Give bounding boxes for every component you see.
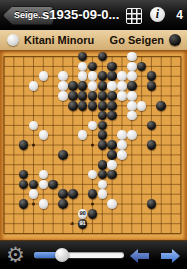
white-stone bbox=[98, 180, 108, 190]
black-stone bbox=[107, 62, 117, 72]
game-title: s1935-09-0... bbox=[42, 7, 132, 22]
white-stone bbox=[39, 71, 49, 81]
white-stone-icon bbox=[7, 34, 19, 46]
slider-thumb[interactable] bbox=[55, 248, 69, 262]
white-stone bbox=[127, 130, 137, 140]
black-stone bbox=[68, 189, 78, 199]
top-nav-bar: Seige... s1935-09-0... i 4 bbox=[0, 0, 187, 30]
white-stone bbox=[98, 189, 108, 199]
black-stone bbox=[68, 91, 78, 101]
white-stone bbox=[58, 91, 68, 101]
black-stone bbox=[88, 189, 98, 199]
black-stone bbox=[58, 150, 68, 160]
black-stone bbox=[68, 101, 78, 111]
black-stone bbox=[107, 140, 117, 150]
black-stone bbox=[68, 81, 78, 91]
black-stone bbox=[107, 71, 117, 81]
white-stone bbox=[117, 71, 127, 81]
white-stone bbox=[127, 62, 137, 72]
black-stone bbox=[88, 101, 98, 111]
white-stone bbox=[127, 52, 137, 62]
move-count-badge: 4 bbox=[176, 8, 183, 22]
black-stone bbox=[48, 180, 58, 190]
white-stone bbox=[107, 81, 117, 91]
white-player-name: Kitani Minoru bbox=[24, 34, 94, 46]
white-stone bbox=[107, 160, 117, 170]
black-stone bbox=[88, 209, 98, 219]
black-stone bbox=[58, 189, 68, 199]
white-stone bbox=[39, 199, 49, 209]
black-stone bbox=[78, 101, 88, 111]
move-number-label: 91 bbox=[78, 219, 88, 229]
black-stone bbox=[107, 150, 117, 160]
black-stone bbox=[147, 140, 157, 150]
black-stone bbox=[156, 101, 166, 111]
white-stone bbox=[29, 81, 39, 91]
black-player-name: Go Seigen bbox=[110, 34, 164, 46]
white-stone bbox=[117, 150, 127, 160]
info-icon[interactable]: i bbox=[150, 7, 165, 22]
bottom-toolbar: ⚙ bbox=[0, 240, 187, 269]
black-stone-icon bbox=[169, 34, 181, 46]
white-stone bbox=[137, 101, 147, 111]
board-grid-icon[interactable] bbox=[126, 8, 142, 24]
white-stone bbox=[127, 71, 137, 81]
white-stone bbox=[117, 91, 127, 101]
black-stone bbox=[98, 81, 108, 91]
black-stone bbox=[127, 81, 137, 91]
white-stone bbox=[117, 140, 127, 150]
black-stone bbox=[147, 199, 157, 209]
black-stone bbox=[78, 91, 88, 101]
white-stone bbox=[117, 81, 127, 91]
white-stone bbox=[107, 199, 117, 209]
point-letter-mark: a bbox=[70, 219, 74, 227]
previous-move-arrow[interactable] bbox=[130, 249, 149, 263]
black-stone bbox=[98, 101, 108, 111]
settings-gear-icon[interactable]: ⚙ bbox=[6, 242, 25, 269]
white-stone bbox=[88, 81, 98, 91]
move-number-label: 90 bbox=[78, 209, 88, 219]
go-board[interactable]: 9091a bbox=[0, 51, 187, 240]
player-bar: Kitani Minoru Go Seigen bbox=[0, 30, 187, 51]
white-stone bbox=[127, 91, 137, 101]
black-stone bbox=[98, 140, 108, 150]
white-stone bbox=[127, 111, 137, 121]
black-stone bbox=[98, 71, 108, 81]
black-stone bbox=[107, 101, 117, 111]
white-stone bbox=[117, 130, 127, 140]
black-stone bbox=[98, 130, 108, 140]
white-stone bbox=[39, 130, 49, 140]
white-stone bbox=[58, 71, 68, 81]
black-stone bbox=[98, 160, 108, 170]
black-stone bbox=[147, 81, 157, 91]
black-stone bbox=[88, 91, 98, 101]
black-stone bbox=[58, 199, 68, 209]
white-stone bbox=[127, 101, 137, 111]
app-screen: Seige... s1935-09-0... i 4 Kitani Minoru… bbox=[0, 0, 187, 269]
next-move-arrow[interactable] bbox=[161, 249, 180, 263]
black-stone bbox=[98, 91, 108, 101]
move-slider[interactable] bbox=[34, 252, 124, 258]
black-stone bbox=[107, 91, 117, 101]
white-stone bbox=[58, 81, 68, 91]
